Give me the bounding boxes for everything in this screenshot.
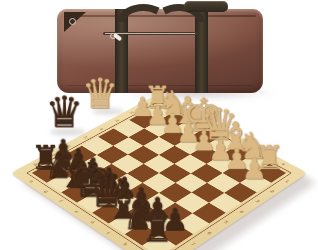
product-photo: ♜♞♝♚♛♝♞♜♟♟♟♟♟♟♟♟♟♟♟♟♟♟♟♟♜♞♝♚♛♝♞♜hhggffee…: [0, 0, 318, 250]
rank-label-right-1: 1: [284, 180, 290, 184]
file-label-bottom-f: f: [58, 200, 63, 203]
board: ♜♞♝♚♛♝♞♜♟♟♟♟♟♟♟♟♟♟♟♟♟♟♟♟♜♞♝♚♛♝♞♜hhggffee…: [11, 93, 308, 250]
rank-label-right-3: 3: [254, 200, 260, 204]
board-scene: ♜♞♝♚♛♝♞♜♟♟♟♟♟♟♟♟♟♟♟♟♟♟♟♟♜♞♝♚♛♝♞♜hhggffee…: [0, 0, 318, 250]
file-label-bottom-c: c: [106, 231, 112, 235]
piece-light-pawn-glyph: ♟: [242, 155, 267, 183]
rank-label-right-4: 4: [239, 210, 245, 214]
rank-label-right-6: 6: [206, 231, 212, 235]
extra-queen-light-glyph: ♛: [81, 73, 118, 115]
file-label-bottom-h: h: [28, 180, 34, 184]
extra-queen-dark-glyph: ♛: [45, 91, 83, 134]
file-label-bottom-d: d: [89, 220, 95, 224]
rank-label-right-2: 2: [269, 190, 275, 194]
file-label-bottom-e: e: [73, 210, 79, 214]
rank-label-right-5: 5: [223, 220, 229, 224]
rank-label-right-7: 7: [190, 242, 196, 246]
file-label-bottom-b: b: [122, 242, 128, 246]
piece-dark-rook-glyph: ♜: [141, 210, 173, 246]
file-label-bottom-g: g: [43, 190, 49, 194]
